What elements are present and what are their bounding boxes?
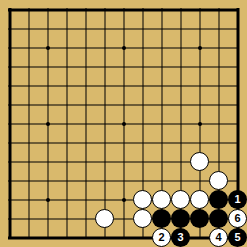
intersection[interactable] xyxy=(57,133,76,152)
intersection[interactable] xyxy=(190,209,209,228)
intersection[interactable] xyxy=(133,152,152,171)
intersection[interactable] xyxy=(57,171,76,190)
intersection[interactable] xyxy=(133,0,152,19)
intersection[interactable] xyxy=(133,95,152,114)
intersection[interactable] xyxy=(19,76,38,95)
intersection[interactable] xyxy=(38,190,57,209)
intersection[interactable] xyxy=(95,152,114,171)
intersection[interactable] xyxy=(228,19,247,38)
intersection[interactable] xyxy=(133,38,152,57)
intersection[interactable] xyxy=(171,19,190,38)
intersection[interactable] xyxy=(209,152,228,171)
intersection[interactable] xyxy=(76,38,95,57)
white-stone[interactable] xyxy=(171,190,190,209)
intersection[interactable] xyxy=(19,38,38,57)
intersection[interactable] xyxy=(95,228,114,247)
intersection[interactable] xyxy=(57,228,76,247)
white-stone[interactable] xyxy=(133,190,152,209)
intersection[interactable] xyxy=(38,38,57,57)
intersection[interactable] xyxy=(19,228,38,247)
intersection[interactable] xyxy=(209,95,228,114)
intersection[interactable] xyxy=(0,57,19,76)
intersection[interactable] xyxy=(19,0,38,19)
intersection[interactable] xyxy=(19,152,38,171)
intersection[interactable] xyxy=(152,0,171,19)
go-diagram: 162345 xyxy=(0,0,247,247)
star-point xyxy=(198,122,202,126)
intersection[interactable] xyxy=(76,114,95,133)
intersection[interactable] xyxy=(228,95,247,114)
intersection[interactable] xyxy=(190,190,209,209)
intersection[interactable] xyxy=(19,19,38,38)
intersection[interactable] xyxy=(228,114,247,133)
intersection[interactable] xyxy=(38,209,57,228)
intersection[interactable] xyxy=(190,38,209,57)
intersection[interactable] xyxy=(114,76,133,95)
stone-move-number: 2 xyxy=(158,232,164,243)
white-stone[interactable]: 4 xyxy=(209,228,228,247)
intersection[interactable] xyxy=(38,152,57,171)
stone-move-number: 4 xyxy=(215,232,221,243)
intersection[interactable] xyxy=(57,0,76,19)
intersection[interactable] xyxy=(133,19,152,38)
intersection[interactable] xyxy=(95,19,114,38)
intersection[interactable] xyxy=(152,133,171,152)
stone-move-number: 6 xyxy=(234,213,240,224)
star-point xyxy=(46,46,50,50)
intersection[interactable] xyxy=(152,57,171,76)
intersection[interactable] xyxy=(209,19,228,38)
intersection[interactable] xyxy=(114,171,133,190)
intersection[interactable] xyxy=(133,171,152,190)
intersection[interactable] xyxy=(38,95,57,114)
intersection[interactable] xyxy=(209,38,228,57)
intersection[interactable] xyxy=(76,0,95,19)
intersection[interactable] xyxy=(95,171,114,190)
intersection[interactable] xyxy=(114,190,133,209)
intersection[interactable] xyxy=(0,76,19,95)
intersection[interactable] xyxy=(95,38,114,57)
intersection[interactable] xyxy=(152,171,171,190)
intersection[interactable] xyxy=(133,114,152,133)
star-point xyxy=(122,122,126,126)
intersection[interactable] xyxy=(38,171,57,190)
black-stone[interactable] xyxy=(152,209,171,228)
intersection[interactable] xyxy=(0,228,19,247)
intersection[interactable] xyxy=(190,228,209,247)
intersection[interactable] xyxy=(38,57,57,76)
intersection[interactable] xyxy=(76,190,95,209)
intersection[interactable] xyxy=(228,0,247,19)
intersection[interactable] xyxy=(76,57,95,76)
intersection[interactable] xyxy=(171,57,190,76)
white-stone[interactable] xyxy=(152,190,171,209)
intersection[interactable] xyxy=(0,152,19,171)
intersection[interactable] xyxy=(190,171,209,190)
intersection[interactable] xyxy=(57,114,76,133)
intersection[interactable] xyxy=(0,171,19,190)
intersection[interactable] xyxy=(114,133,133,152)
intersection[interactable] xyxy=(209,209,228,228)
intersection[interactable] xyxy=(228,152,247,171)
intersection[interactable] xyxy=(19,190,38,209)
intersection[interactable] xyxy=(76,152,95,171)
intersection[interactable] xyxy=(0,114,19,133)
star-point xyxy=(122,46,126,50)
white-stone[interactable]: 2 xyxy=(152,228,171,247)
intersection[interactable] xyxy=(19,114,38,133)
intersection[interactable] xyxy=(114,19,133,38)
intersection[interactable] xyxy=(114,95,133,114)
intersection[interactable] xyxy=(95,57,114,76)
intersection[interactable] xyxy=(133,76,152,95)
intersection[interactable] xyxy=(209,171,228,190)
intersection[interactable] xyxy=(133,209,152,228)
intersection[interactable] xyxy=(76,171,95,190)
intersection[interactable] xyxy=(209,57,228,76)
intersection[interactable] xyxy=(114,209,133,228)
intersection[interactable] xyxy=(19,57,38,76)
intersection[interactable] xyxy=(228,171,247,190)
intersection[interactable] xyxy=(76,209,95,228)
intersection[interactable] xyxy=(38,228,57,247)
intersection[interactable] xyxy=(95,0,114,19)
black-stone[interactable] xyxy=(171,209,190,228)
intersection[interactable] xyxy=(57,19,76,38)
intersection[interactable] xyxy=(0,190,19,209)
intersection[interactable] xyxy=(76,228,95,247)
intersection[interactable] xyxy=(57,95,76,114)
star-point xyxy=(46,122,50,126)
intersection[interactable] xyxy=(171,171,190,190)
intersection[interactable] xyxy=(171,209,190,228)
stone-move-number: 1 xyxy=(234,194,240,205)
intersection[interactable] xyxy=(114,57,133,76)
intersection[interactable] xyxy=(114,152,133,171)
intersection[interactable] xyxy=(152,95,171,114)
intersection[interactable] xyxy=(114,114,133,133)
black-stone[interactable]: 5 xyxy=(228,228,247,247)
intersection[interactable] xyxy=(95,76,114,95)
intersection[interactable] xyxy=(171,0,190,19)
intersection[interactable] xyxy=(19,171,38,190)
intersection[interactable] xyxy=(57,76,76,95)
intersection[interactable] xyxy=(152,152,171,171)
intersection[interactable] xyxy=(95,114,114,133)
intersection[interactable] xyxy=(19,133,38,152)
intersection[interactable] xyxy=(0,95,19,114)
intersection[interactable] xyxy=(19,95,38,114)
intersection[interactable] xyxy=(57,190,76,209)
intersection[interactable] xyxy=(228,57,247,76)
black-stone[interactable] xyxy=(209,190,228,209)
intersection[interactable] xyxy=(133,190,152,209)
intersection[interactable] xyxy=(38,19,57,38)
intersection[interactable] xyxy=(171,38,190,57)
intersection[interactable] xyxy=(114,228,133,247)
intersection[interactable] xyxy=(0,19,19,38)
intersection[interactable] xyxy=(76,76,95,95)
intersection[interactable] xyxy=(95,209,114,228)
intersection[interactable] xyxy=(0,133,19,152)
intersection[interactable] xyxy=(209,0,228,19)
intersection[interactable] xyxy=(95,133,114,152)
intersection[interactable] xyxy=(38,76,57,95)
intersection[interactable] xyxy=(0,0,19,19)
intersection[interactable] xyxy=(76,19,95,38)
intersection[interactable] xyxy=(95,190,114,209)
intersection[interactable] xyxy=(38,114,57,133)
intersection[interactable] xyxy=(0,38,19,57)
intersection[interactable] xyxy=(228,133,247,152)
intersection[interactable] xyxy=(190,57,209,76)
intersection[interactable] xyxy=(152,19,171,38)
intersection[interactable] xyxy=(57,152,76,171)
intersection[interactable] xyxy=(190,152,209,171)
intersection[interactable] xyxy=(190,0,209,19)
white-stone[interactable] xyxy=(190,152,209,171)
intersection[interactable] xyxy=(171,114,190,133)
black-stone[interactable] xyxy=(190,209,209,228)
intersection[interactable] xyxy=(57,57,76,76)
intersection[interactable] xyxy=(76,95,95,114)
intersection[interactable] xyxy=(171,190,190,209)
intersection[interactable] xyxy=(95,95,114,114)
intersection[interactable] xyxy=(171,76,190,95)
intersection[interactable] xyxy=(190,76,209,95)
intersection[interactable]: 6 xyxy=(228,209,247,228)
intersection[interactable] xyxy=(171,152,190,171)
intersection[interactable] xyxy=(209,114,228,133)
intersection[interactable] xyxy=(190,114,209,133)
intersection[interactable] xyxy=(38,133,57,152)
intersection[interactable] xyxy=(38,0,57,19)
intersection[interactable] xyxy=(152,114,171,133)
intersection[interactable] xyxy=(76,133,95,152)
intersection[interactable]: 2 xyxy=(152,228,171,247)
intersection[interactable] xyxy=(114,38,133,57)
intersection[interactable] xyxy=(152,209,171,228)
intersection[interactable]: 4 xyxy=(209,228,228,247)
white-stone[interactable] xyxy=(95,209,114,228)
intersection[interactable] xyxy=(209,190,228,209)
white-stone[interactable] xyxy=(209,171,228,190)
intersection[interactable] xyxy=(171,95,190,114)
intersection[interactable] xyxy=(209,133,228,152)
star-point xyxy=(46,198,50,202)
intersection[interactable]: 3 xyxy=(171,228,190,247)
intersection[interactable] xyxy=(152,38,171,57)
intersection[interactable] xyxy=(171,133,190,152)
stone-move-number: 5 xyxy=(234,232,240,243)
stone-move-number: 3 xyxy=(177,232,183,243)
star-point xyxy=(198,46,202,50)
star-point xyxy=(122,198,126,202)
intersection[interactable] xyxy=(152,76,171,95)
intersection[interactable] xyxy=(57,209,76,228)
intersection[interactable] xyxy=(0,209,19,228)
intersection[interactable] xyxy=(114,0,133,19)
intersection[interactable] xyxy=(133,133,152,152)
intersection[interactable] xyxy=(209,76,228,95)
intersection[interactable] xyxy=(133,57,152,76)
intersection[interactable]: 5 xyxy=(228,228,247,247)
go-board[interactable]: 162345 xyxy=(0,0,247,247)
black-stone[interactable]: 1 xyxy=(228,190,247,209)
white-stone[interactable] xyxy=(190,190,209,209)
black-stone[interactable] xyxy=(209,209,228,228)
black-stone[interactable]: 3 xyxy=(171,228,190,247)
white-stone[interactable] xyxy=(133,209,152,228)
intersection[interactable] xyxy=(19,209,38,228)
intersection[interactable] xyxy=(228,38,247,57)
intersection[interactable] xyxy=(133,228,152,247)
intersection[interactable] xyxy=(190,19,209,38)
intersection[interactable] xyxy=(228,76,247,95)
intersection[interactable] xyxy=(57,38,76,57)
intersection[interactable]: 1 xyxy=(228,190,247,209)
white-stone[interactable]: 6 xyxy=(228,209,247,228)
intersection[interactable] xyxy=(190,95,209,114)
intersection[interactable] xyxy=(152,190,171,209)
intersection[interactable] xyxy=(190,133,209,152)
